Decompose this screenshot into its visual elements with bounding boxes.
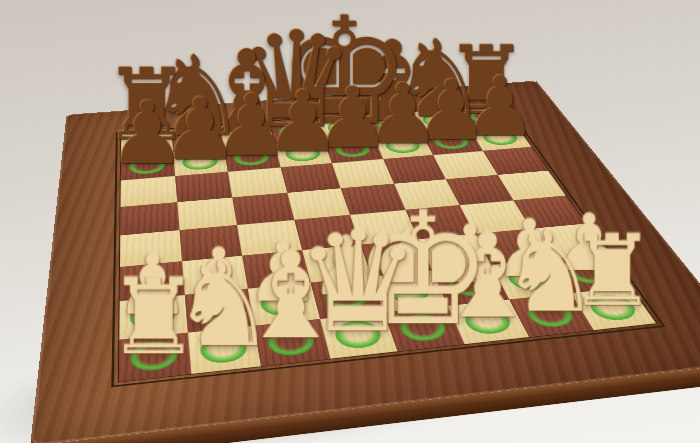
board-inlay-border: ♜♞♝♛♚♝♞♜♟♟♟♟♟♟♟♟♟♟♟♟♟♟♟♟♜♞♝♛♚♝♞♜	[111, 103, 665, 387]
square-h5	[497, 170, 566, 200]
piece-black-pawn-a7: ♟	[109, 90, 187, 176]
board-left-edge	[30, 115, 69, 443]
square-a5	[120, 202, 179, 235]
piece-white-rook-a1: ♜	[107, 264, 201, 369]
photo-scene: ♜♞♝♛♚♝♞♜♟♟♟♟♟♟♟♟♟♟♟♟♟♟♟♟♜♞♝♛♚♝♞♜	[0, 0, 700, 443]
chess-board: ♜♞♝♛♚♝♞♜♟♟♟♟♟♟♟♟♟♟♟♟♟♟♟♟♜♞♝♛♚♝♞♜	[30, 81, 700, 443]
square-a7: ♟	[121, 152, 175, 180]
square-c5	[232, 193, 294, 225]
board-field: ♜♞♝♛♚♝♞♜♟♟♟♟♟♟♟♟♟♟♟♟♟♟♟♟♜♞♝♛♚♝♞♜	[118, 105, 658, 383]
square-a1: ♜	[119, 332, 191, 381]
